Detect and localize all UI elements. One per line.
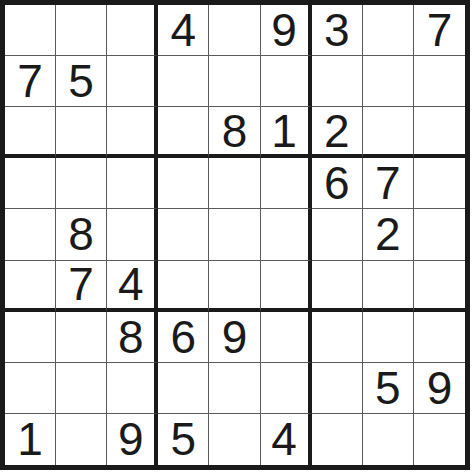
- cell-r5c4[interactable]: [158, 209, 209, 260]
- cell-r2c1: 7: [5, 56, 56, 107]
- cell-r2c8[interactable]: [363, 56, 414, 107]
- cell-r2c9[interactable]: [414, 56, 465, 107]
- cell-r1c6: 9: [261, 5, 312, 56]
- cell-r8c6[interactable]: [261, 363, 312, 414]
- cell-r7c6[interactable]: [261, 312, 312, 363]
- cell-r9c5[interactable]: [209, 414, 260, 465]
- cell-r7c7[interactable]: [312, 312, 363, 363]
- cell-r6c4[interactable]: [158, 261, 209, 312]
- cell-r6c2: 7: [56, 261, 107, 312]
- sudoku-board: 493775812678274869591954: [0, 0, 470, 470]
- cell-r5c2: 8: [56, 209, 107, 260]
- cell-r9c6: 4: [261, 414, 312, 465]
- cell-r1c3[interactable]: [107, 5, 158, 56]
- cell-r9c2[interactable]: [56, 414, 107, 465]
- cell-r5c3[interactable]: [107, 209, 158, 260]
- cell-r4c5[interactable]: [209, 158, 260, 209]
- cell-r3c1[interactable]: [5, 107, 56, 158]
- cell-r7c5: 9: [209, 312, 260, 363]
- cell-r2c3[interactable]: [107, 56, 158, 107]
- cell-r4c3[interactable]: [107, 158, 158, 209]
- cell-r4c2[interactable]: [56, 158, 107, 209]
- cell-r3c7: 2: [312, 107, 363, 158]
- cell-r2c2: 5: [56, 56, 107, 107]
- cell-r7c9[interactable]: [414, 312, 465, 363]
- cell-r9c9[interactable]: [414, 414, 465, 465]
- cell-r5c7[interactable]: [312, 209, 363, 260]
- cell-r8c4[interactable]: [158, 363, 209, 414]
- cell-r5c5[interactable]: [209, 209, 260, 260]
- cell-r1c1[interactable]: [5, 5, 56, 56]
- cell-r2c6[interactable]: [261, 56, 312, 107]
- cell-r3c6: 1: [261, 107, 312, 158]
- cell-r2c7[interactable]: [312, 56, 363, 107]
- cell-r4c9[interactable]: [414, 158, 465, 209]
- cell-r8c7[interactable]: [312, 363, 363, 414]
- cell-r1c9: 7: [414, 5, 465, 56]
- cell-r1c7: 3: [312, 5, 363, 56]
- cell-r7c4: 6: [158, 312, 209, 363]
- cell-r3c4[interactable]: [158, 107, 209, 158]
- cell-r8c2[interactable]: [56, 363, 107, 414]
- cell-r7c8[interactable]: [363, 312, 414, 363]
- cell-r8c8: 5: [363, 363, 414, 414]
- cell-r8c5[interactable]: [209, 363, 260, 414]
- cell-r1c2[interactable]: [56, 5, 107, 56]
- cell-r6c5[interactable]: [209, 261, 260, 312]
- cell-r1c5[interactable]: [209, 5, 260, 56]
- cell-r6c7[interactable]: [312, 261, 363, 312]
- cell-r3c5: 8: [209, 107, 260, 158]
- cell-r4c4[interactable]: [158, 158, 209, 209]
- cell-r3c3[interactable]: [107, 107, 158, 158]
- cell-r7c2[interactable]: [56, 312, 107, 363]
- cell-r5c6[interactable]: [261, 209, 312, 260]
- cell-r5c9[interactable]: [414, 209, 465, 260]
- cell-r9c3: 9: [107, 414, 158, 465]
- cell-r8c3[interactable]: [107, 363, 158, 414]
- cell-r7c1[interactable]: [5, 312, 56, 363]
- cell-r6c9[interactable]: [414, 261, 465, 312]
- cell-r1c8[interactable]: [363, 5, 414, 56]
- cell-r9c4: 5: [158, 414, 209, 465]
- cell-r1c4: 4: [158, 5, 209, 56]
- cell-r3c8[interactable]: [363, 107, 414, 158]
- cell-r6c1[interactable]: [5, 261, 56, 312]
- cell-r3c2[interactable]: [56, 107, 107, 158]
- cell-r6c6[interactable]: [261, 261, 312, 312]
- cell-r9c8[interactable]: [363, 414, 414, 465]
- cell-r2c5[interactable]: [209, 56, 260, 107]
- cell-r6c3: 4: [107, 261, 158, 312]
- cell-r4c8: 7: [363, 158, 414, 209]
- cell-r5c1[interactable]: [5, 209, 56, 260]
- cell-r4c1[interactable]: [5, 158, 56, 209]
- cell-r7c3: 8: [107, 312, 158, 363]
- cell-r8c9: 9: [414, 363, 465, 414]
- cell-r9c7[interactable]: [312, 414, 363, 465]
- cell-r2c4[interactable]: [158, 56, 209, 107]
- cell-r3c9[interactable]: [414, 107, 465, 158]
- cell-r8c1[interactable]: [5, 363, 56, 414]
- cell-r6c8[interactable]: [363, 261, 414, 312]
- cell-r4c6[interactable]: [261, 158, 312, 209]
- cell-r5c8: 2: [363, 209, 414, 260]
- cell-r4c7: 6: [312, 158, 363, 209]
- cell-r9c1: 1: [5, 414, 56, 465]
